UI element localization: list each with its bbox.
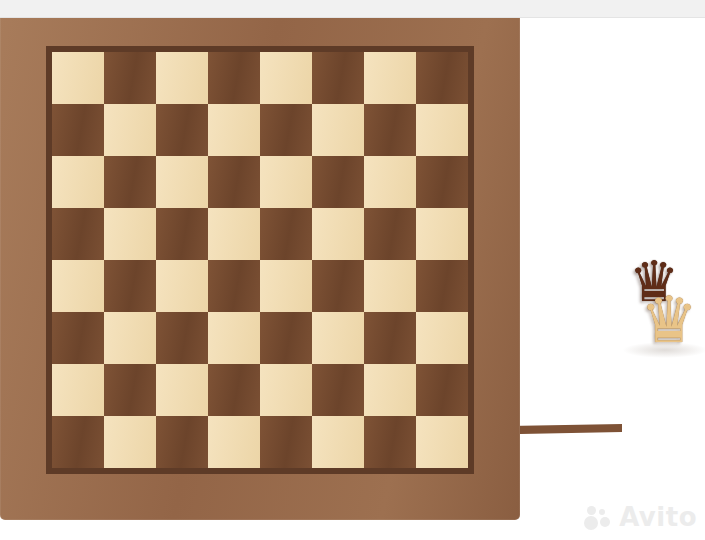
avito-logo-icon <box>584 503 614 531</box>
square-g8 <box>364 52 416 104</box>
square-e8 <box>260 52 312 104</box>
square-a6 <box>52 156 104 208</box>
square-b1 <box>104 416 156 468</box>
square-b4 <box>104 260 156 312</box>
top-bar <box>0 0 705 18</box>
square-c2 <box>156 364 208 416</box>
avito-watermark-text: Avito <box>619 502 697 532</box>
square-a2 <box>52 364 104 416</box>
square-h4 <box>416 260 468 312</box>
square-e5 <box>260 208 312 260</box>
square-b5 <box>104 208 156 260</box>
square-b2 <box>104 364 156 416</box>
square-h2 <box>416 364 468 416</box>
square-f5 <box>312 208 364 260</box>
square-f7 <box>312 104 364 156</box>
square-c6 <box>156 156 208 208</box>
square-h5 <box>416 208 468 260</box>
square-a4 <box>52 260 104 312</box>
square-h1 <box>416 416 468 468</box>
square-e1 <box>260 416 312 468</box>
product-photo: ♜♞♝♛♚♝♞♜♟♟♟♟♟♟♟♟♟♟♟♟♟♟♟♟♜♞♝♛♚♝♞♜♛♛ Avito <box>0 0 705 540</box>
square-g2 <box>364 364 416 416</box>
square-d6 <box>208 156 260 208</box>
avito-watermark: Avito <box>584 502 697 532</box>
square-c7 <box>156 104 208 156</box>
square-e6 <box>260 156 312 208</box>
square-a3 <box>52 312 104 364</box>
square-a8 <box>52 52 104 104</box>
square-d5 <box>208 208 260 260</box>
square-g6 <box>364 156 416 208</box>
square-d4 <box>208 260 260 312</box>
square-c3 <box>156 312 208 364</box>
square-c5 <box>156 208 208 260</box>
square-f2 <box>312 364 364 416</box>
square-g3 <box>364 312 416 364</box>
square-c4 <box>156 260 208 312</box>
square-g4 <box>364 260 416 312</box>
square-d3 <box>208 312 260 364</box>
square-a5 <box>52 208 104 260</box>
square-f3 <box>312 312 364 364</box>
chess-board-frame <box>0 0 520 520</box>
square-g7 <box>364 104 416 156</box>
square-g5 <box>364 208 416 260</box>
square-a7 <box>52 104 104 156</box>
square-d2 <box>208 364 260 416</box>
square-f1 <box>312 416 364 468</box>
square-c1 <box>156 416 208 468</box>
square-e7 <box>260 104 312 156</box>
chess-board-grid <box>46 46 474 474</box>
square-g1 <box>364 416 416 468</box>
square-d7 <box>208 104 260 156</box>
square-e3 <box>260 312 312 364</box>
square-b7 <box>104 104 156 156</box>
square-b6 <box>104 156 156 208</box>
square-b3 <box>104 312 156 364</box>
square-e4 <box>260 260 312 312</box>
square-a1 <box>52 416 104 468</box>
square-f4 <box>312 260 364 312</box>
square-d1 <box>208 416 260 468</box>
square-d8 <box>208 52 260 104</box>
square-f8 <box>312 52 364 104</box>
square-h3 <box>416 312 468 364</box>
square-f6 <box>312 156 364 208</box>
square-h7 <box>416 104 468 156</box>
square-e2 <box>260 364 312 416</box>
square-h6 <box>416 156 468 208</box>
square-b8 <box>104 52 156 104</box>
spare-queens-shadow <box>622 342 705 358</box>
square-h8 <box>416 52 468 104</box>
square-c8 <box>156 52 208 104</box>
